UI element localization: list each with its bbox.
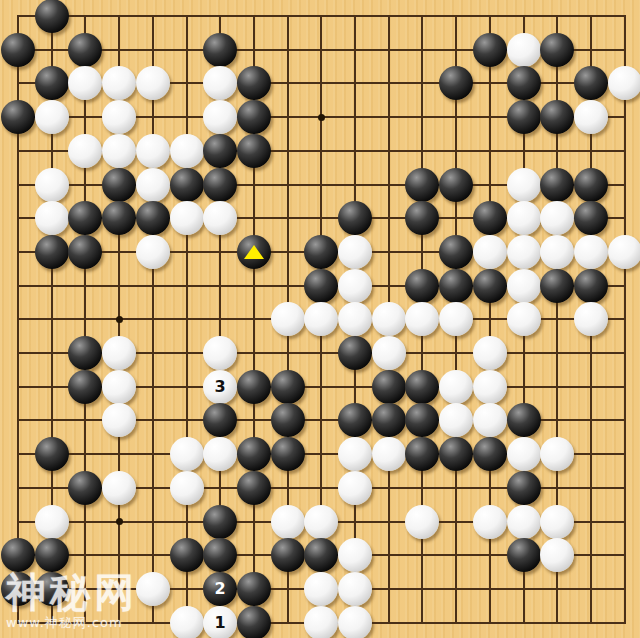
white-stone[interactable] [102,370,136,404]
black-stone[interactable] [102,201,136,235]
black-stone[interactable] [271,437,305,471]
white-stone[interactable] [540,235,574,269]
white-stone[interactable] [136,572,170,606]
black-stone[interactable] [405,403,439,437]
black-stone[interactable] [405,269,439,303]
black-stone[interactable] [203,403,237,437]
black-stone[interactable] [136,201,170,235]
white-stone[interactable] [203,201,237,235]
white-stone[interactable] [68,134,102,168]
white-stone[interactable] [102,471,136,505]
white-stone[interactable] [338,235,372,269]
black-stone[interactable] [203,505,237,539]
black-stone[interactable] [1,100,35,134]
black-stone[interactable] [237,235,271,269]
black-stone[interactable] [35,572,69,606]
white-stone[interactable] [338,437,372,471]
black-stone[interactable] [203,134,237,168]
white-stone[interactable] [507,269,541,303]
black-stone[interactable] [1,572,35,606]
black-stone[interactable] [304,269,338,303]
white-stone[interactable] [170,134,204,168]
white-stone[interactable] [35,100,69,134]
black-stone[interactable] [237,437,271,471]
white-stone[interactable] [608,235,640,269]
black-stone[interactable] [372,370,406,404]
white-stone[interactable] [473,336,507,370]
black-stone[interactable] [540,100,574,134]
black-stone[interactable] [473,269,507,303]
white-stone[interactable] [338,471,372,505]
black-stone[interactable] [237,606,271,638]
black-stone[interactable] [237,134,271,168]
white-stone[interactable]: 3 [203,370,237,404]
black-stone[interactable] [170,168,204,202]
black-stone[interactable] [540,269,574,303]
white-stone[interactable] [203,100,237,134]
white-stone[interactable] [338,572,372,606]
black-stone[interactable] [574,168,608,202]
black-stone[interactable] [68,471,102,505]
black-stone[interactable] [68,336,102,370]
white-stone[interactable] [439,403,473,437]
white-stone[interactable] [304,302,338,336]
white-stone[interactable] [102,66,136,100]
white-stone[interactable] [574,235,608,269]
white-stone[interactable] [203,66,237,100]
white-stone[interactable] [136,168,170,202]
white-stone[interactable] [473,505,507,539]
white-stone[interactable] [170,201,204,235]
black-stone[interactable] [473,33,507,67]
white-stone[interactable] [507,201,541,235]
white-stone[interactable] [338,269,372,303]
star-point [318,114,325,121]
white-stone[interactable] [170,471,204,505]
white-stone[interactable] [507,302,541,336]
white-stone[interactable] [507,33,541,67]
black-stone[interactable] [507,100,541,134]
black-stone[interactable] [35,0,69,33]
white-stone[interactable] [304,572,338,606]
grid-line-vertical [624,15,626,624]
black-stone[interactable] [237,100,271,134]
black-stone[interactable] [1,33,35,67]
black-stone[interactable] [405,201,439,235]
white-stone[interactable] [170,437,204,471]
white-stone[interactable] [136,66,170,100]
black-stone[interactable] [68,370,102,404]
white-stone[interactable] [507,437,541,471]
white-stone[interactable] [540,505,574,539]
white-stone[interactable] [338,606,372,638]
black-stone[interactable] [237,572,271,606]
white-stone[interactable] [574,100,608,134]
black-stone[interactable] [170,538,204,572]
black-stone[interactable] [574,269,608,303]
move-number-label: 1 [215,615,226,631]
white-stone[interactable] [372,336,406,370]
white-stone[interactable]: 1 [203,606,237,638]
black-stone[interactable] [338,403,372,437]
white-stone[interactable] [102,134,136,168]
white-stone[interactable] [68,66,102,100]
white-stone[interactable] [372,302,406,336]
black-stone[interactable] [237,370,271,404]
black-stone[interactable] [405,370,439,404]
go-board[interactable]: 321 [0,0,640,638]
black-stone[interactable] [203,538,237,572]
white-stone[interactable] [102,403,136,437]
black-stone[interactable] [68,201,102,235]
black-stone[interactable] [338,336,372,370]
black-stone[interactable] [1,538,35,572]
black-stone[interactable] [439,269,473,303]
white-stone[interactable] [540,538,574,572]
white-stone[interactable] [35,201,69,235]
white-stone[interactable] [102,336,136,370]
white-stone[interactable] [136,134,170,168]
black-stone[interactable] [35,66,69,100]
black-stone[interactable] [507,66,541,100]
black-stone[interactable] [439,235,473,269]
black-stone[interactable] [439,437,473,471]
black-stone[interactable]: 2 [203,572,237,606]
black-stone[interactable] [237,66,271,100]
black-stone[interactable] [507,403,541,437]
white-stone[interactable] [608,66,640,100]
white-stone[interactable] [338,538,372,572]
white-stone[interactable] [203,336,237,370]
white-stone[interactable] [507,505,541,539]
black-stone[interactable] [405,168,439,202]
black-stone[interactable] [372,403,406,437]
move-number-label: 3 [215,379,226,395]
white-stone[interactable] [473,403,507,437]
white-stone[interactable] [405,302,439,336]
white-stone[interactable] [507,235,541,269]
star-point [116,316,123,323]
black-stone[interactable] [304,538,338,572]
white-stone[interactable] [473,235,507,269]
white-stone[interactable] [507,168,541,202]
triangle-marker [244,245,264,259]
white-stone[interactable] [304,606,338,638]
white-stone[interactable] [271,505,305,539]
white-stone[interactable] [372,437,406,471]
white-stone[interactable] [405,505,439,539]
white-stone[interactable] [136,235,170,269]
black-stone[interactable] [271,370,305,404]
black-stone[interactable] [507,538,541,572]
black-stone[interactable] [68,33,102,67]
white-stone[interactable] [35,505,69,539]
black-stone[interactable] [304,235,338,269]
white-stone[interactable] [574,302,608,336]
black-stone[interactable] [102,168,136,202]
black-stone[interactable] [68,235,102,269]
black-stone[interactable] [507,471,541,505]
black-stone[interactable] [574,201,608,235]
black-stone[interactable] [35,235,69,269]
white-stone[interactable] [102,100,136,134]
black-stone[interactable] [540,33,574,67]
black-stone[interactable] [405,437,439,471]
black-stone[interactable] [271,403,305,437]
black-stone[interactable] [473,437,507,471]
black-stone[interactable] [473,201,507,235]
black-stone[interactable] [203,168,237,202]
black-stone[interactable] [540,168,574,202]
black-stone[interactable] [203,33,237,67]
white-stone[interactable] [170,606,204,638]
black-stone[interactable] [271,538,305,572]
black-stone[interactable] [338,201,372,235]
white-stone[interactable] [439,302,473,336]
white-stone[interactable] [338,302,372,336]
white-stone[interactable] [439,370,473,404]
white-stone[interactable] [540,437,574,471]
white-stone[interactable] [473,370,507,404]
black-stone[interactable] [35,437,69,471]
white-stone[interactable] [271,302,305,336]
white-stone[interactable] [304,505,338,539]
black-stone[interactable] [237,471,271,505]
white-stone[interactable] [35,168,69,202]
black-stone[interactable] [35,538,69,572]
black-stone[interactable] [439,168,473,202]
black-stone[interactable] [574,66,608,100]
move-number-label: 2 [215,581,226,597]
white-stone[interactable] [203,437,237,471]
black-stone[interactable] [439,66,473,100]
star-point [116,518,123,525]
white-stone[interactable] [540,201,574,235]
